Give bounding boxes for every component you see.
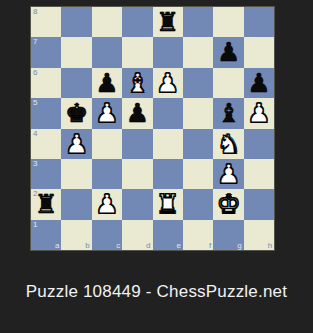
- square-b4[interactable]: ♟: [61, 129, 91, 159]
- piece-black-bishop-g5[interactable]: ♝: [213, 98, 243, 128]
- piece-white-pawn-c5[interactable]: ♟: [92, 98, 122, 128]
- square-g8[interactable]: [213, 7, 243, 37]
- rank-label-5: 5: [33, 98, 37, 107]
- square-d6[interactable]: ♝: [122, 68, 152, 98]
- square-h5[interactable]: ♟: [244, 98, 274, 128]
- square-g7[interactable]: ♟: [213, 37, 243, 67]
- square-c3[interactable]: [92, 159, 122, 189]
- square-e3[interactable]: [153, 159, 183, 189]
- square-g3[interactable]: ♟: [213, 159, 243, 189]
- square-f2[interactable]: [183, 189, 213, 219]
- piece-white-bishop-d6[interactable]: ♝: [122, 68, 152, 98]
- piece-white-pawn-e6[interactable]: ♟: [153, 68, 183, 98]
- square-a6[interactable]: 6: [31, 68, 61, 98]
- file-label-f: f: [209, 241, 211, 250]
- square-a4[interactable]: 4: [31, 129, 61, 159]
- file-label-g: g: [237, 241, 241, 250]
- piece-white-pawn-h5[interactable]: ♟: [244, 98, 274, 128]
- rank-label-3: 3: [33, 159, 37, 168]
- piece-white-knight-g4[interactable]: ♞: [213, 129, 243, 159]
- square-h4[interactable]: [244, 129, 274, 159]
- square-e4[interactable]: [153, 129, 183, 159]
- puzzle-caption: Puzzle 108449 - ChessPuzzle.net: [0, 282, 313, 302]
- square-f3[interactable]: [183, 159, 213, 189]
- square-b5[interactable]: ♚: [61, 98, 91, 128]
- piece-black-pawn-c6[interactable]: ♟: [92, 68, 122, 98]
- square-d1[interactable]: d: [122, 220, 152, 250]
- square-d8[interactable]: [122, 7, 152, 37]
- square-f1[interactable]: f: [183, 220, 213, 250]
- file-label-d: d: [146, 241, 150, 250]
- piece-black-rook-a2[interactable]: ♜: [31, 189, 61, 219]
- chess-board[interactable]: 8♜7♟6♟♝♟♟5♚♟♟♝♟4♟♞3♟2♜♟♜♚1abcdefgh: [31, 7, 274, 250]
- square-g1[interactable]: g: [213, 220, 243, 250]
- square-g4[interactable]: ♞: [213, 129, 243, 159]
- square-b7[interactable]: [61, 37, 91, 67]
- piece-black-king-b5[interactable]: ♚: [61, 98, 91, 128]
- square-b1[interactable]: b: [61, 220, 91, 250]
- piece-white-king-g2[interactable]: ♚: [213, 189, 243, 219]
- rank-label-1: 1: [33, 220, 37, 229]
- square-h3[interactable]: [244, 159, 274, 189]
- piece-white-pawn-g3[interactable]: ♟: [213, 159, 243, 189]
- square-c7[interactable]: [92, 37, 122, 67]
- square-f7[interactable]: [183, 37, 213, 67]
- square-d5[interactable]: ♟: [122, 98, 152, 128]
- piece-white-pawn-c2[interactable]: ♟: [92, 189, 122, 219]
- square-a8[interactable]: 8: [31, 7, 61, 37]
- square-d4[interactable]: [122, 129, 152, 159]
- square-c2[interactable]: ♟: [92, 189, 122, 219]
- square-c4[interactable]: [92, 129, 122, 159]
- piece-black-pawn-h6[interactable]: ♟: [244, 68, 274, 98]
- square-e5[interactable]: [153, 98, 183, 128]
- square-g5[interactable]: ♝: [213, 98, 243, 128]
- square-a7[interactable]: 7: [31, 37, 61, 67]
- square-d2[interactable]: [122, 189, 152, 219]
- square-c1[interactable]: c: [92, 220, 122, 250]
- square-d7[interactable]: [122, 37, 152, 67]
- square-e8[interactable]: ♜: [153, 7, 183, 37]
- square-c6[interactable]: ♟: [92, 68, 122, 98]
- square-h2[interactable]: [244, 189, 274, 219]
- square-b6[interactable]: [61, 68, 91, 98]
- piece-white-pawn-b4[interactable]: ♟: [61, 129, 91, 159]
- square-e2[interactable]: ♜: [153, 189, 183, 219]
- square-f6[interactable]: [183, 68, 213, 98]
- piece-black-pawn-d5[interactable]: ♟: [122, 98, 152, 128]
- rank-label-6: 6: [33, 68, 37, 77]
- square-e6[interactable]: ♟: [153, 68, 183, 98]
- square-h8[interactable]: [244, 7, 274, 37]
- board-frame: 8♜7♟6♟♝♟♟5♚♟♟♝♟4♟♞3♟2♜♟♜♚1abcdefgh: [30, 6, 275, 251]
- rank-label-7: 7: [33, 37, 37, 46]
- square-h7[interactable]: [244, 37, 274, 67]
- square-e1[interactable]: e: [153, 220, 183, 250]
- square-e7[interactable]: [153, 37, 183, 67]
- square-a3[interactable]: 3: [31, 159, 61, 189]
- square-b8[interactable]: [61, 7, 91, 37]
- square-h1[interactable]: h: [244, 220, 274, 250]
- square-b2[interactable]: [61, 189, 91, 219]
- file-label-c: c: [116, 241, 120, 250]
- file-label-a: a: [55, 241, 59, 250]
- square-d3[interactable]: [122, 159, 152, 189]
- square-a1[interactable]: 1a: [31, 220, 61, 250]
- square-f4[interactable]: [183, 129, 213, 159]
- file-label-b: b: [85, 241, 89, 250]
- square-f5[interactable]: [183, 98, 213, 128]
- square-c5[interactable]: ♟: [92, 98, 122, 128]
- square-a5[interactable]: 5: [31, 98, 61, 128]
- rank-label-8: 8: [33, 7, 37, 16]
- file-label-e: e: [177, 241, 181, 250]
- square-g2[interactable]: ♚: [213, 189, 243, 219]
- square-f8[interactable]: [183, 7, 213, 37]
- rank-label-4: 4: [33, 129, 37, 138]
- piece-black-pawn-g7[interactable]: ♟: [213, 37, 243, 67]
- square-g6[interactable]: [213, 68, 243, 98]
- square-h6[interactable]: ♟: [244, 68, 274, 98]
- piece-white-rook-e2[interactable]: ♜: [153, 189, 183, 219]
- piece-black-rook-e8[interactable]: ♜: [153, 7, 183, 37]
- square-b3[interactable]: [61, 159, 91, 189]
- page: 8♜7♟6♟♝♟♟5♚♟♟♝♟4♟♞3♟2♜♟♜♚1abcdefgh Puzzl…: [0, 0, 313, 333]
- square-a2[interactable]: 2♜: [31, 189, 61, 219]
- file-label-h: h: [268, 241, 272, 250]
- square-c8[interactable]: [92, 7, 122, 37]
